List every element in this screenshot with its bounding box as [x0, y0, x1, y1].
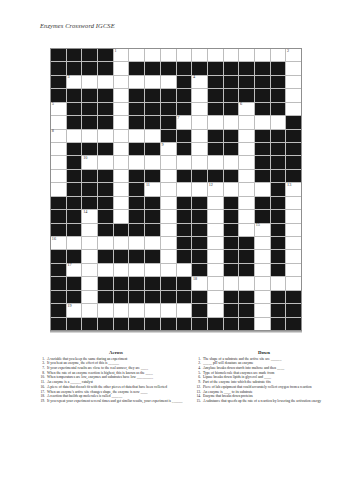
grid-cell[interactable]: 15	[255, 224, 270, 236]
grid-cell-black	[129, 62, 144, 74]
grid-cell[interactable]	[51, 156, 66, 168]
clue-item: 10.When temperatures are low, enzymes an…	[40, 375, 192, 379]
grid-cell-black	[161, 116, 176, 128]
grid-cell-black	[161, 62, 176, 74]
grid-cell-black	[67, 103, 82, 115]
grid-cell[interactable]	[208, 210, 223, 222]
grid-cell[interactable]	[51, 170, 66, 182]
grid-cell-black	[145, 318, 160, 330]
grid-cell-black	[177, 143, 192, 155]
grid-cell-black	[192, 264, 207, 276]
grid-cell-black	[224, 210, 239, 222]
grid-cell[interactable]: 16	[51, 237, 66, 249]
grid-cell[interactable]	[208, 116, 223, 128]
grid-cell[interactable]	[129, 156, 144, 168]
clue-item: 3.If you heat an enzyme, the effect of t…	[40, 361, 192, 365]
grid-cell[interactable]	[177, 264, 192, 276]
grid-cell-black	[51, 264, 66, 276]
grid-cell[interactable]: 17	[67, 264, 82, 276]
grid-cell[interactable]	[129, 237, 144, 249]
grid-cell[interactable]	[239, 224, 254, 236]
clue-number: 4.	[196, 366, 203, 370]
grid-cell[interactable]	[239, 130, 254, 142]
grid-cell[interactable]	[161, 197, 176, 209]
clue-item: 1.The shape of a substrate and the activ…	[196, 357, 332, 361]
grid-cell-black	[192, 62, 207, 74]
grid-cell-black	[224, 237, 239, 249]
clue-text: The shape of a substrate and the active …	[203, 357, 332, 361]
grid-cell-black	[67, 170, 82, 182]
grid-cell[interactable]	[161, 210, 176, 222]
grid-cell[interactable]	[98, 130, 113, 142]
grid-cell[interactable]	[114, 170, 129, 182]
grid-cell[interactable]	[208, 237, 223, 249]
grid-cell-black	[224, 130, 239, 142]
clue-text: An enzyme is a ______ catalyst	[47, 380, 192, 384]
grid-cell[interactable]	[82, 237, 97, 249]
grid-cell[interactable]	[114, 89, 129, 101]
grid-cell[interactable]	[255, 250, 270, 262]
cell-number: 10	[83, 156, 87, 160]
grid-cell-black	[255, 156, 270, 168]
grid-cell-black	[271, 89, 286, 101]
grid-cell-black	[67, 143, 82, 155]
grid-cell-black	[161, 291, 176, 303]
grid-cell[interactable]	[192, 183, 207, 195]
grid-cell-black	[255, 89, 270, 101]
grid-cell-black	[82, 197, 97, 209]
grid-cell-black	[82, 62, 97, 74]
grid-cell[interactable]: 4	[192, 76, 207, 88]
grid-cell-black	[98, 318, 113, 330]
grid-cell[interactable]	[129, 130, 144, 142]
grid-cell-black	[161, 277, 176, 289]
grid-cell-black	[271, 143, 286, 155]
clue-text: _____ pH will denature an enzyme	[203, 361, 332, 365]
clue-item: 9.Part of the enzyme into which the subs…	[196, 380, 332, 384]
grid-cell[interactable]	[224, 183, 239, 195]
grid-cell[interactable]	[98, 264, 113, 276]
grid-cell[interactable]	[239, 49, 254, 61]
clue-number: 17.	[40, 390, 47, 394]
grid-cell-black	[98, 224, 113, 236]
grid-cell[interactable]	[286, 237, 301, 249]
grid-cell-black	[51, 210, 66, 222]
grid-cell-black	[67, 210, 82, 222]
grid-cell[interactable]	[161, 76, 176, 88]
grid-cell-black	[145, 197, 160, 209]
clue-text: When the rate of an enzyme reaction is h…	[47, 371, 192, 375]
grid-cell[interactable]	[286, 224, 301, 236]
grid-cell[interactable]: 6	[239, 103, 254, 115]
grid-cell-black	[286, 116, 301, 128]
grid-cell[interactable]	[82, 291, 97, 303]
grid-cell[interactable]	[286, 76, 301, 88]
grid-cell-black	[224, 170, 239, 182]
grid-cell[interactable]	[271, 277, 286, 289]
grid-cell-black	[67, 62, 82, 74]
clue-number: 8.	[40, 371, 47, 375]
grid-cell-black	[51, 224, 66, 236]
grid-cell-black	[239, 291, 254, 303]
grid-cell[interactable]	[177, 49, 192, 61]
grid-cell-black	[224, 318, 239, 330]
grid-cell[interactable]	[192, 89, 207, 101]
grid-cell[interactable]	[114, 237, 129, 249]
grid-cell-black	[224, 291, 239, 303]
grid-cell[interactable]	[177, 156, 192, 168]
grid-cell[interactable]	[145, 76, 160, 88]
grid-cell-black	[177, 62, 192, 74]
grid-cell[interactable]	[129, 304, 144, 316]
grid-cell[interactable]	[286, 89, 301, 101]
grid-cell[interactable]	[98, 304, 113, 316]
grid-cell[interactable]	[286, 197, 301, 209]
grid-cell[interactable]	[192, 103, 207, 115]
grid-cell[interactable]	[192, 116, 207, 128]
grid-cell-black	[98, 170, 113, 182]
grid-cell[interactable]	[161, 49, 176, 61]
grid-cell[interactable]: 11	[145, 183, 160, 195]
grid-cell-black	[192, 237, 207, 249]
grid-cell-black	[51, 304, 66, 316]
grid-cell-black	[145, 210, 160, 222]
grid-cell[interactable]: 14	[82, 210, 97, 222]
clue-item: 12.Piece of lab equipment that could acc…	[196, 385, 332, 389]
grid-cell[interactable]	[114, 210, 129, 222]
clue-item: 19.If you repeat your experiment several…	[40, 399, 192, 403]
grid-cell[interactable]	[82, 250, 97, 262]
grid-cell[interactable]: 19	[67, 304, 82, 316]
grid-cell[interactable]	[161, 170, 176, 182]
grid-cell-black	[51, 76, 66, 88]
clue-item: 18.A reaction that builds up molecules i…	[40, 394, 192, 398]
grid-cell-black	[161, 318, 176, 330]
grid-cell[interactable]	[82, 264, 97, 276]
cell-number: 8	[52, 129, 54, 133]
grid-cell[interactable]	[192, 156, 207, 168]
grid-cell[interactable]	[255, 304, 270, 316]
grid-cell-black	[192, 304, 207, 316]
clue-text: Lipase breaks down lipids in glycerol an…	[203, 375, 332, 379]
grid-cell[interactable]	[239, 116, 254, 128]
grid-cell[interactable]	[224, 49, 239, 61]
grid-cell[interactable]: 2	[286, 49, 301, 61]
grid-cell[interactable]	[114, 264, 129, 276]
grid-cell[interactable]	[286, 62, 301, 74]
grid-cell[interactable]	[192, 49, 207, 61]
grid-cell[interactable]	[114, 156, 129, 168]
grid-cell[interactable]	[161, 250, 176, 262]
grid-cell-black	[271, 250, 286, 262]
grid-cell[interactable]	[208, 156, 223, 168]
grid-cell-black	[145, 224, 160, 236]
grid-cell[interactable]	[286, 264, 301, 276]
grid-cell[interactable]	[208, 264, 223, 276]
grid-cell[interactable]	[208, 304, 223, 316]
grid-cell[interactable]	[145, 49, 160, 61]
grid-cell-black	[51, 318, 66, 330]
grid-cell-black	[51, 49, 66, 61]
grid-cell-black	[239, 62, 254, 74]
grid-cell-black	[67, 183, 82, 195]
grid-cell[interactable]	[161, 224, 176, 236]
grid-cell-black	[82, 318, 97, 330]
grid-cell-black	[271, 237, 286, 249]
cell-number: 17	[67, 263, 71, 267]
grid-cell[interactable]	[82, 224, 97, 236]
grid-cell[interactable]	[255, 318, 270, 330]
grid-cell[interactable]	[82, 277, 97, 289]
grid-cell[interactable]	[98, 156, 113, 168]
grid-cell-black	[224, 76, 239, 88]
grid-cell-black	[67, 291, 82, 303]
clue-number: 9.	[196, 380, 203, 384]
across-clues: Across 1.A variable that you keep the sa…	[40, 350, 192, 404]
grid-cell-black	[239, 237, 254, 249]
clue-item: 6.Lipase breaks down lipids in glycerol …	[196, 375, 332, 379]
grid-cell[interactable]: 1	[114, 49, 129, 61]
grid-cell-black	[129, 183, 144, 195]
grid-cell[interactable]	[239, 183, 254, 195]
clue-text: An enzyme is ____ to its substrate	[203, 390, 332, 394]
grid-cell[interactable]	[129, 49, 144, 61]
grid-cell-black	[271, 62, 286, 74]
grid-cell-black	[271, 197, 286, 209]
grid-cell-black	[271, 224, 286, 236]
cell-number: 7	[177, 116, 179, 120]
grid-cell-black	[239, 250, 254, 262]
grid-cell[interactable]	[208, 49, 223, 61]
grid-cell[interactable]	[208, 250, 223, 262]
grid-cell-black	[271, 156, 286, 168]
grid-cell-black	[98, 250, 113, 262]
grid-cell[interactable]	[271, 116, 286, 128]
grid-cell-black	[82, 49, 97, 61]
grid-cell-black	[67, 318, 82, 330]
grid-cell[interactable]: 5	[51, 103, 66, 115]
grid-cell[interactable]	[145, 130, 160, 142]
grid-cell-black	[224, 250, 239, 262]
grid-cell-black	[271, 304, 286, 316]
grid-cell-black	[161, 130, 176, 142]
grid-cell[interactable]	[114, 130, 129, 142]
grid-cell[interactable]	[51, 183, 66, 195]
grid-cell[interactable]	[239, 277, 254, 289]
grid-cell-black	[129, 291, 144, 303]
grid-cell[interactable]	[145, 304, 160, 316]
grid-cell[interactable]	[114, 304, 129, 316]
clue-item: 7.If your experimental results are close…	[40, 366, 192, 370]
grid-cell-black	[82, 89, 97, 101]
grid-cell-black	[98, 103, 113, 115]
grid-cell-black	[271, 291, 286, 303]
clue-number: 14.	[196, 394, 203, 398]
grid-cell[interactable]	[208, 197, 223, 209]
grid-cell-black	[192, 197, 207, 209]
grid-cell[interactable]	[208, 291, 223, 303]
grid-cell-black	[177, 197, 192, 209]
grid-cell[interactable]: 3	[67, 76, 82, 88]
grid-cell-black	[255, 197, 270, 209]
grid-cell[interactable]: 9	[161, 143, 176, 155]
grid-cell[interactable]: 18	[192, 277, 207, 289]
grid-cell[interactable]: 7	[177, 116, 192, 128]
grid-cell[interactable]	[255, 183, 270, 195]
cell-number: 15	[256, 223, 260, 227]
grid-cell-black	[51, 250, 66, 262]
grid-cell[interactable]	[145, 264, 160, 276]
grid-cell-black	[98, 143, 113, 155]
grid-cell[interactable]	[67, 237, 82, 249]
grid-cell[interactable]	[177, 183, 192, 195]
cell-number: 19	[67, 304, 71, 308]
grid-cell-black	[255, 76, 270, 88]
grid-cell[interactable]	[129, 76, 144, 88]
grid-cell[interactable]	[286, 103, 301, 115]
grid-cell[interactable]	[114, 183, 129, 195]
clue-text: If you heat an enzyme, the effect of thi…	[47, 361, 192, 365]
crossword-grid: 12345678910111213141516171819	[50, 48, 302, 331]
grid-cell[interactable]	[177, 304, 192, 316]
grid-cell[interactable]	[192, 143, 207, 155]
grid-cell-black	[255, 170, 270, 182]
grid-cell-black	[192, 291, 207, 303]
grid-cell-black	[129, 89, 144, 101]
grid-cell[interactable]	[51, 143, 66, 155]
grid-cell[interactable]	[255, 116, 270, 128]
grid-cell-black	[98, 210, 113, 222]
grid-cell[interactable]	[82, 76, 97, 88]
grid-cell[interactable]	[98, 237, 113, 249]
grid-cell-black	[192, 224, 207, 236]
grid-cell[interactable]	[114, 62, 129, 74]
grid-cell[interactable]	[98, 76, 113, 88]
clue-number: 11.	[40, 380, 47, 384]
grid-cell[interactable]	[161, 264, 176, 276]
grid-cell-black	[224, 304, 239, 316]
grid-cell-black	[271, 183, 286, 195]
clue-number: 3.	[40, 361, 47, 365]
grid-cell[interactable]: 10	[82, 156, 97, 168]
grid-cell[interactable]	[114, 116, 129, 128]
grid-cell[interactable]	[82, 304, 97, 316]
grid-cell[interactable]	[255, 277, 270, 289]
grid-cell[interactable]	[239, 210, 254, 222]
clue-text: If you repeat your experiment several ti…	[47, 399, 192, 403]
grid-cell-black	[98, 183, 113, 195]
grid-cell[interactable]	[255, 49, 270, 61]
grid-cell-black	[286, 291, 301, 303]
cell-number: 16	[52, 237, 56, 241]
clue-number: 10.	[40, 375, 47, 379]
grid-cell-black	[224, 143, 239, 155]
cell-number: 3	[67, 75, 69, 79]
grid-cell[interactable]	[114, 197, 129, 209]
grid-cell[interactable]	[224, 156, 239, 168]
grid-cell-black	[239, 318, 254, 330]
grid-cell[interactable]: 8	[51, 130, 66, 142]
grid-cell[interactable]	[239, 156, 254, 168]
grid-cell[interactable]	[208, 277, 223, 289]
grid-cell[interactable]	[161, 304, 176, 316]
grid-cell-black	[192, 250, 207, 262]
grid-cell[interactable]	[161, 237, 176, 249]
clue-item: 17.When an enzyme's active site changes …	[40, 390, 192, 394]
grid-cell-black	[286, 130, 301, 142]
grid-cell-black	[177, 224, 192, 236]
grid-cell[interactable]	[67, 130, 82, 142]
grid-cell[interactable]	[145, 237, 160, 249]
grid-cell-black	[192, 170, 207, 182]
cell-number: 14	[83, 210, 87, 214]
grid-cell[interactable]	[114, 143, 129, 155]
grid-cell[interactable]: 13	[286, 183, 301, 195]
grid-cell[interactable]	[208, 224, 223, 236]
grid-cell-black	[271, 264, 286, 276]
grid-cell[interactable]	[145, 156, 160, 168]
grid-cell[interactable]	[239, 143, 254, 155]
grid-cell[interactable]	[239, 170, 254, 182]
grid-cell[interactable]	[255, 237, 270, 249]
clue-text: Enzyme that breaks down proteins	[203, 394, 332, 398]
grid-cell[interactable]	[114, 76, 129, 88]
grid-cell-black	[82, 143, 97, 155]
grid-cell[interactable]	[255, 264, 270, 276]
grid-cell[interactable]	[114, 103, 129, 115]
grid-cell-black	[98, 49, 113, 61]
grid-cell[interactable]	[286, 250, 301, 262]
grid-cell-black	[129, 197, 144, 209]
grid-cell[interactable]	[161, 183, 176, 195]
grid-cell[interactable]	[286, 210, 301, 222]
grid-cell-black	[286, 170, 301, 182]
grid-cell-black	[67, 250, 82, 262]
grid-cell[interactable]	[239, 197, 254, 209]
grid-cell[interactable]	[192, 130, 207, 142]
grid-cell-black	[82, 183, 97, 195]
grid-cell-black	[145, 143, 160, 155]
grid-cell-black	[208, 318, 223, 330]
grid-cell-black	[145, 291, 160, 303]
grid-cell[interactable]	[82, 130, 97, 142]
clue-text: When temperatures are low, enzymes and s…	[47, 375, 192, 379]
grid-cell-black	[129, 277, 144, 289]
down-clues: Down 1.The shape of a substrate and the …	[196, 350, 332, 404]
grid-cell[interactable]	[129, 264, 144, 276]
grid-cell-black	[51, 291, 66, 303]
clue-text: A substance that speeds up the rate of a…	[203, 399, 332, 403]
grid-cell-black	[208, 170, 223, 182]
grid-cell-black	[98, 89, 113, 101]
grid-cell-black	[114, 224, 129, 236]
grid-cell[interactable]: 12	[208, 183, 223, 195]
grid-cell-black	[67, 116, 82, 128]
grid-cell-black	[271, 170, 286, 182]
grid-cell-black	[67, 89, 82, 101]
grid-cell[interactable]	[224, 277, 239, 289]
cell-number: 1	[115, 49, 117, 53]
clue-text: When an enzyme's active site changes sha…	[47, 390, 192, 394]
grid-cell[interactable]	[271, 49, 286, 61]
grid-cell-black	[177, 130, 192, 142]
grid-cell[interactable]	[161, 156, 176, 168]
grid-cell[interactable]	[286, 277, 301, 289]
grid-cell[interactable]	[51, 116, 66, 128]
grid-cell[interactable]	[255, 291, 270, 303]
grid-cell[interactable]	[224, 116, 239, 128]
grid-cell-black	[271, 210, 286, 222]
